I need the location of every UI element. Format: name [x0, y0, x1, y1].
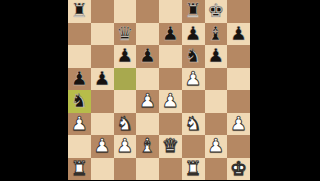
square-g8[interactable]: ♚ [205, 0, 228, 23]
square-b7[interactable] [91, 23, 114, 46]
square-f6[interactable]: ♞ [182, 45, 205, 68]
square-f1[interactable]: ♜ [182, 158, 205, 181]
square-a7[interactable] [68, 23, 91, 46]
video-frame: ♜♜♚♛♟♟♝♟♟♟♞♟♟♟♟♞♟♟♟♞♞♟♟♟♝♛♟♜♜♚ [0, 0, 320, 180]
square-b2[interactable]: ♟ [91, 135, 114, 158]
white-pawn[interactable]: ♟ [230, 113, 247, 134]
square-e8[interactable] [159, 0, 182, 23]
white-pawn[interactable]: ♟ [116, 135, 133, 156]
square-g1[interactable] [205, 158, 228, 181]
square-a4[interactable]: ♞ [68, 90, 91, 113]
square-g3[interactable] [205, 113, 228, 136]
white-knight[interactable]: ♞ [185, 113, 202, 134]
square-e2[interactable]: ♛ [159, 135, 182, 158]
white-rook[interactable]: ♜ [185, 158, 202, 179]
black-rook[interactable]: ♜ [71, 0, 88, 21]
square-d1[interactable] [136, 158, 159, 181]
square-f8[interactable]: ♜ [182, 0, 205, 23]
square-e3[interactable] [159, 113, 182, 136]
square-c1[interactable] [114, 158, 137, 181]
black-pawn[interactable]: ♟ [162, 23, 179, 44]
square-h8[interactable] [227, 0, 250, 23]
black-pawn[interactable]: ♟ [116, 45, 133, 66]
white-knight[interactable]: ♞ [116, 113, 133, 134]
square-a5[interactable]: ♟ [68, 68, 91, 91]
square-c4[interactable] [114, 90, 137, 113]
black-pawn[interactable]: ♟ [139, 45, 156, 66]
square-d6[interactable]: ♟ [136, 45, 159, 68]
square-f4[interactable] [182, 90, 205, 113]
square-f3[interactable]: ♞ [182, 113, 205, 136]
square-h4[interactable] [227, 90, 250, 113]
square-d3[interactable] [136, 113, 159, 136]
square-b3[interactable] [91, 113, 114, 136]
square-b8[interactable] [91, 0, 114, 23]
square-g4[interactable] [205, 90, 228, 113]
square-d5[interactable] [136, 68, 159, 91]
square-c6[interactable]: ♟ [114, 45, 137, 68]
white-pawn[interactable]: ♟ [162, 90, 179, 111]
square-g2[interactable]: ♟ [205, 135, 228, 158]
letterbox-right [250, 0, 320, 180]
chess-board: ♜♜♚♛♟♟♝♟♟♟♞♟♟♟♟♞♟♟♟♞♞♟♟♟♝♛♟♜♜♚ [68, 0, 250, 180]
square-a6[interactable] [68, 45, 91, 68]
white-pawn[interactable]: ♟ [94, 135, 111, 156]
black-knight[interactable]: ♞ [71, 90, 88, 111]
square-e7[interactable]: ♟ [159, 23, 182, 46]
square-a1[interactable]: ♜ [68, 158, 91, 181]
white-king[interactable]: ♚ [230, 158, 247, 179]
square-h6[interactable] [227, 45, 250, 68]
square-e1[interactable] [159, 158, 182, 181]
black-queen[interactable]: ♛ [116, 23, 133, 44]
white-pawn[interactable]: ♟ [139, 90, 156, 111]
square-f5[interactable]: ♟ [182, 68, 205, 91]
square-b6[interactable] [91, 45, 114, 68]
square-b4[interactable] [91, 90, 114, 113]
square-g5[interactable] [205, 68, 228, 91]
square-c3[interactable]: ♞ [114, 113, 137, 136]
black-pawn[interactable]: ♟ [185, 23, 202, 44]
black-bishop[interactable]: ♝ [207, 23, 224, 44]
square-d7[interactable] [136, 23, 159, 46]
square-f7[interactable]: ♟ [182, 23, 205, 46]
square-b5[interactable]: ♟ [91, 68, 114, 91]
square-a8[interactable]: ♜ [68, 0, 91, 23]
square-c2[interactable]: ♟ [114, 135, 137, 158]
white-rook[interactable]: ♜ [71, 158, 88, 179]
square-e4[interactable]: ♟ [159, 90, 182, 113]
black-pawn[interactable]: ♟ [230, 23, 247, 44]
square-d8[interactable] [136, 0, 159, 23]
square-h5[interactable] [227, 68, 250, 91]
white-pawn[interactable]: ♟ [207, 135, 224, 156]
black-king[interactable]: ♚ [207, 0, 224, 21]
square-g7[interactable]: ♝ [205, 23, 228, 46]
white-pawn[interactable]: ♟ [71, 113, 88, 134]
square-a2[interactable] [68, 135, 91, 158]
square-g6[interactable]: ♟ [205, 45, 228, 68]
square-e6[interactable] [159, 45, 182, 68]
white-pawn[interactable]: ♟ [185, 68, 202, 89]
black-rook[interactable]: ♜ [185, 0, 202, 21]
square-d4[interactable]: ♟ [136, 90, 159, 113]
square-f2[interactable] [182, 135, 205, 158]
square-h7[interactable]: ♟ [227, 23, 250, 46]
square-a3[interactable]: ♟ [68, 113, 91, 136]
letterbox-left [0, 0, 68, 180]
square-d2[interactable]: ♝ [136, 135, 159, 158]
square-h3[interactable]: ♟ [227, 113, 250, 136]
square-h1[interactable]: ♚ [227, 158, 250, 181]
black-pawn[interactable]: ♟ [207, 45, 224, 66]
square-c5[interactable] [114, 68, 137, 91]
square-c7[interactable]: ♛ [114, 23, 137, 46]
square-c8[interactable] [114, 0, 137, 23]
square-h2[interactable] [227, 135, 250, 158]
black-pawn[interactable]: ♟ [71, 68, 88, 89]
black-knight[interactable]: ♞ [185, 45, 202, 66]
white-bishop[interactable]: ♝ [139, 135, 156, 156]
white-queen[interactable]: ♛ [162, 135, 179, 156]
black-pawn[interactable]: ♟ [94, 68, 111, 89]
square-e5[interactable] [159, 68, 182, 91]
square-b1[interactable] [91, 158, 114, 181]
